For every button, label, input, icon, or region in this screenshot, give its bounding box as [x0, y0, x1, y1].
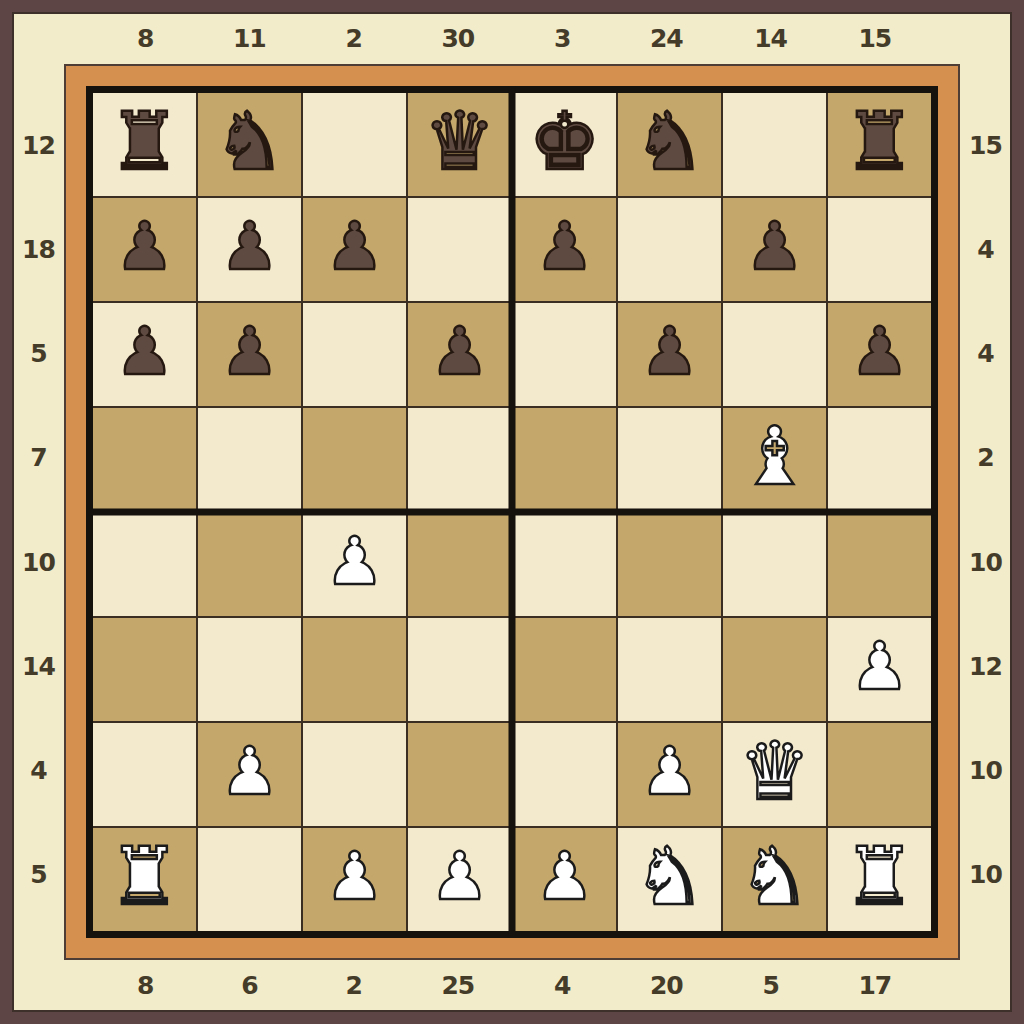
white-pawn[interactable]: ♟: [640, 739, 699, 805]
square-h8[interactable]: ♜: [828, 93, 931, 196]
bottom-labels: 86225420517: [93, 961, 927, 1009]
square-a7[interactable]: ♟: [93, 198, 196, 301]
bottom-label-4: 25: [406, 961, 510, 1009]
white-pawn[interactable]: ♟: [220, 739, 279, 805]
right-label-6: 12: [962, 614, 1009, 718]
square-b1[interactable]: [198, 828, 301, 931]
black-pawn[interactable]: ♟: [850, 319, 909, 385]
square-d3[interactable]: [408, 618, 511, 721]
white-knight[interactable]: ♞: [634, 837, 706, 917]
bottom-label-2: 6: [197, 961, 301, 1009]
black-pawn[interactable]: ♟: [220, 214, 279, 280]
left-label-8: 5: [15, 823, 62, 927]
square-c6[interactable]: [303, 303, 406, 406]
right-label-3: 4: [962, 302, 1009, 406]
black-rook[interactable]: ♜: [844, 102, 916, 182]
left-label-2: 18: [15, 197, 62, 301]
square-a2[interactable]: [93, 723, 196, 826]
left-label-6: 14: [15, 614, 62, 718]
square-h7[interactable]: [828, 198, 931, 301]
white-rook[interactable]: ♜: [109, 837, 181, 917]
square-h6[interactable]: ♟: [828, 303, 931, 406]
black-pawn[interactable]: ♟: [115, 214, 174, 280]
top-labels: 8112303241415: [93, 14, 927, 62]
black-pawn[interactable]: ♟: [220, 319, 279, 385]
right-labels: 1544210121010: [962, 93, 1009, 927]
square-c7[interactable]: ♟: [303, 198, 406, 301]
square-b3[interactable]: [198, 618, 301, 721]
white-pawn[interactable]: ♟: [535, 844, 594, 910]
square-c2[interactable]: [303, 723, 406, 826]
square-g7[interactable]: ♟: [723, 198, 826, 301]
black-pawn[interactable]: ♟: [115, 319, 174, 385]
right-label-7: 10: [962, 719, 1009, 823]
top-label-6: 24: [614, 14, 718, 62]
black-queen[interactable]: ♛: [424, 102, 496, 182]
left-label-5: 10: [15, 510, 62, 614]
square-c5[interactable]: [303, 408, 406, 511]
square-c3[interactable]: [303, 618, 406, 721]
square-d8[interactable]: ♛: [408, 93, 511, 196]
white-knight[interactable]: ♞: [739, 837, 811, 917]
square-a8[interactable]: ♜: [93, 93, 196, 196]
square-a3[interactable]: [93, 618, 196, 721]
square-d4[interactable]: [408, 513, 511, 616]
square-h4[interactable]: [828, 513, 931, 616]
left-label-1: 12: [15, 93, 62, 197]
top-label-7: 14: [719, 14, 823, 62]
black-pawn[interactable]: ♟: [325, 214, 384, 280]
square-c8[interactable]: [303, 93, 406, 196]
black-pawn[interactable]: ♟: [535, 214, 594, 280]
bottom-label-6: 20: [614, 961, 718, 1009]
top-label-1: 8: [93, 14, 197, 62]
right-label-8: 10: [962, 823, 1009, 927]
white-pawn[interactable]: ♟: [325, 844, 384, 910]
square-c4[interactable]: ♟: [303, 513, 406, 616]
bottom-label-3: 2: [302, 961, 406, 1009]
top-label-3: 2: [302, 14, 406, 62]
square-b4[interactable]: [198, 513, 301, 616]
square-h1[interactable]: ♜: [828, 828, 931, 931]
square-e7[interactable]: ♟: [513, 198, 616, 301]
square-a1[interactable]: ♜: [93, 828, 196, 931]
chess-diagram: 8112303241415 86225420517 121857101445 1…: [0, 0, 1024, 1024]
square-e4[interactable]: [513, 513, 616, 616]
bottom-label-1: 8: [93, 961, 197, 1009]
square-e8[interactable]: ♚: [513, 93, 616, 196]
square-h3[interactable]: ♟: [828, 618, 931, 721]
square-d1[interactable]: ♟: [408, 828, 511, 931]
square-f3[interactable]: [618, 618, 721, 721]
square-d6[interactable]: ♟: [408, 303, 511, 406]
square-h2[interactable]: [828, 723, 931, 826]
square-f7[interactable]: [618, 198, 721, 301]
square-e2[interactable]: [513, 723, 616, 826]
square-a4[interactable]: [93, 513, 196, 616]
top-label-2: 11: [197, 14, 301, 62]
square-f6[interactable]: ♟: [618, 303, 721, 406]
square-e3[interactable]: [513, 618, 616, 721]
top-label-5: 3: [510, 14, 614, 62]
square-a5[interactable]: [93, 408, 196, 511]
square-d2[interactable]: [408, 723, 511, 826]
left-label-4: 7: [15, 406, 62, 510]
board: ♜♞♛♚♞♜♟♟♟♟♟♟♟♟♟♟♝♟♟♟♟♛♜♟♟♟♞♞♜: [86, 86, 938, 938]
square-g2[interactable]: ♛: [723, 723, 826, 826]
right-label-5: 10: [962, 510, 1009, 614]
square-b6[interactable]: ♟: [198, 303, 301, 406]
square-b8[interactable]: ♞: [198, 93, 301, 196]
square-g8[interactable]: [723, 93, 826, 196]
left-label-3: 5: [15, 302, 62, 406]
square-a6[interactable]: ♟: [93, 303, 196, 406]
left-label-7: 4: [15, 719, 62, 823]
white-bishop[interactable]: ♝: [739, 417, 811, 497]
top-label-8: 15: [823, 14, 927, 62]
square-f4[interactable]: [618, 513, 721, 616]
left-labels: 121857101445: [15, 93, 62, 927]
square-g5[interactable]: ♝: [723, 408, 826, 511]
bottom-label-7: 5: [719, 961, 823, 1009]
square-e1[interactable]: ♟: [513, 828, 616, 931]
black-pawn[interactable]: ♟: [640, 319, 699, 385]
square-g4[interactable]: [723, 513, 826, 616]
black-pawn[interactable]: ♟: [430, 319, 489, 385]
square-b2[interactable]: ♟: [198, 723, 301, 826]
bottom-label-5: 4: [510, 961, 614, 1009]
white-pawn[interactable]: ♟: [325, 529, 384, 595]
square-g6[interactable]: [723, 303, 826, 406]
black-knight[interactable]: ♞: [214, 102, 286, 182]
square-e5[interactable]: [513, 408, 616, 511]
black-knight[interactable]: ♞: [634, 102, 706, 182]
right-label-1: 15: [962, 93, 1009, 197]
square-h5[interactable]: [828, 408, 931, 511]
square-f2[interactable]: ♟: [618, 723, 721, 826]
black-rook[interactable]: ♜: [109, 102, 181, 182]
right-label-2: 4: [962, 197, 1009, 301]
square-g3[interactable]: [723, 618, 826, 721]
white-pawn[interactable]: ♟: [430, 844, 489, 910]
square-b7[interactable]: ♟: [198, 198, 301, 301]
square-g1[interactable]: ♞: [723, 828, 826, 931]
white-queen[interactable]: ♛: [739, 732, 811, 812]
black-king[interactable]: ♚: [529, 102, 601, 182]
square-b5[interactable]: [198, 408, 301, 511]
right-label-4: 2: [962, 406, 1009, 510]
black-pawn[interactable]: ♟: [745, 214, 804, 280]
white-pawn[interactable]: ♟: [850, 634, 909, 700]
board-border: ♜♞♛♚♞♜♟♟♟♟♟♟♟♟♟♟♝♟♟♟♟♛♜♟♟♟♞♞♜: [64, 64, 960, 960]
top-label-4: 30: [406, 14, 510, 62]
square-f1[interactable]: ♞: [618, 828, 721, 931]
square-f5[interactable]: [618, 408, 721, 511]
square-c1[interactable]: ♟: [303, 828, 406, 931]
square-d5[interactable]: [408, 408, 511, 511]
square-d7[interactable]: [408, 198, 511, 301]
square-e6[interactable]: [513, 303, 616, 406]
square-f8[interactable]: ♞: [618, 93, 721, 196]
white-rook[interactable]: ♜: [844, 837, 916, 917]
bottom-label-8: 17: [823, 961, 927, 1009]
